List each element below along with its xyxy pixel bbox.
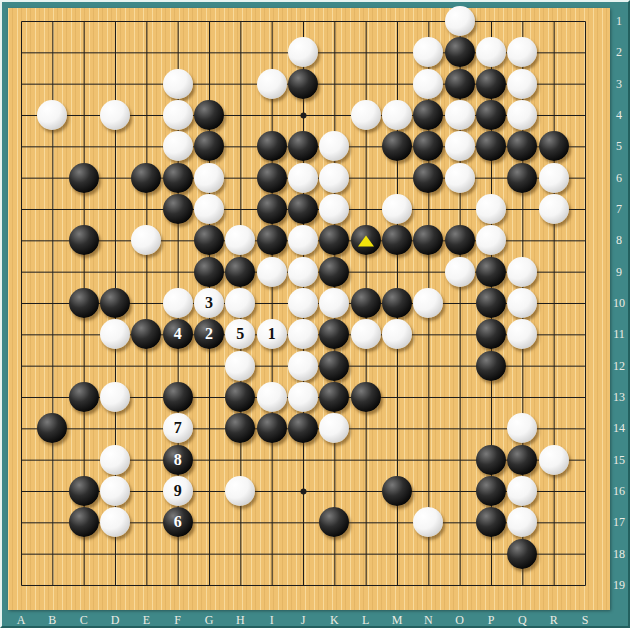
stone-Q6: [507, 163, 537, 193]
stone-P12: [476, 351, 506, 381]
move-number-1: 1: [268, 326, 276, 342]
column-label-K: K: [330, 613, 339, 628]
stone-E6: [131, 163, 161, 193]
stone-P4: [476, 100, 506, 130]
stone-F6: [163, 163, 193, 193]
stone-C10: [69, 288, 99, 318]
column-label-I: I: [270, 613, 274, 628]
stone-I14: [257, 413, 287, 443]
column-label-E: E: [143, 613, 150, 628]
move-number-2: 2: [205, 326, 213, 342]
stone-I5: [257, 131, 287, 161]
stone-J13: [288, 382, 318, 412]
stone-D10: [100, 288, 130, 318]
column-label-C: C: [80, 613, 88, 628]
stone-D4: [100, 100, 130, 130]
stone-I9: [257, 257, 287, 287]
stone-R6: [539, 163, 569, 193]
stone-L4: [351, 100, 381, 130]
stone-O4: [445, 100, 475, 130]
stone-J10: [288, 288, 318, 318]
column-label-L: L: [362, 613, 369, 628]
row-label-18: 18: [613, 546, 625, 561]
stone-O2: [445, 37, 475, 67]
column-label-D: D: [111, 613, 120, 628]
stone-D13: [100, 382, 130, 412]
stone-O5: [445, 131, 475, 161]
star-point-J16: [300, 488, 306, 494]
move-number-6: 6: [174, 514, 182, 530]
move-number-4: 4: [174, 326, 182, 342]
row-label-6: 6: [616, 170, 622, 185]
column-label-M: M: [392, 613, 403, 628]
column-label-R: R: [550, 613, 558, 628]
stone-G4: [194, 100, 224, 130]
stone-F10: [163, 288, 193, 318]
row-label-11: 11: [613, 327, 625, 342]
stone-G10: 3: [194, 288, 224, 318]
stone-P16: [476, 476, 506, 506]
column-label-H: H: [236, 613, 245, 628]
row-label-14: 14: [613, 421, 625, 436]
stone-O3: [445, 69, 475, 99]
stone-O1: [445, 6, 475, 36]
row-label-17: 17: [613, 515, 625, 530]
stone-P15: [476, 445, 506, 475]
stone-F16: 9: [163, 476, 193, 506]
stone-Q9: [507, 257, 537, 287]
row-label-19: 19: [613, 577, 625, 592]
stone-F4: [163, 100, 193, 130]
stone-L11: [351, 319, 381, 349]
move-number-9: 9: [174, 483, 182, 499]
stone-I8: [257, 225, 287, 255]
row-label-8: 8: [616, 233, 622, 248]
stone-C17: [69, 507, 99, 537]
row-label-9: 9: [616, 264, 622, 279]
stone-P9: [476, 257, 506, 287]
stone-G9: [194, 257, 224, 287]
row-label-3: 3: [616, 76, 622, 91]
row-label-1: 1: [616, 14, 622, 29]
stone-Q15: [507, 445, 537, 475]
stone-J12: [288, 351, 318, 381]
stone-I11: 1: [257, 319, 287, 349]
column-label-N: N: [424, 613, 433, 628]
stone-N3: [413, 69, 443, 99]
stone-K12: [319, 351, 349, 381]
column-label-B: B: [48, 613, 56, 628]
stone-M10: [382, 288, 412, 318]
stone-G6: [194, 163, 224, 193]
stone-Q3: [507, 69, 537, 99]
stone-C13: [69, 382, 99, 412]
stone-O9: [445, 257, 475, 287]
stone-R15: [539, 445, 569, 475]
star-point-J4: [300, 112, 306, 118]
stone-R5: [539, 131, 569, 161]
stone-J6: [288, 163, 318, 193]
stone-M4: [382, 100, 412, 130]
stone-H12: [225, 351, 255, 381]
stone-P3: [476, 69, 506, 99]
column-label-S: S: [582, 613, 589, 628]
row-label-5: 5: [616, 139, 622, 154]
stone-F17: 6: [163, 507, 193, 537]
stone-J9: [288, 257, 318, 287]
column-label-P: P: [488, 613, 495, 628]
stone-C8: [69, 225, 99, 255]
column-label-J: J: [301, 613, 306, 628]
triangle-marker-icon: [358, 236, 374, 247]
stone-L8: [351, 225, 381, 255]
row-label-15: 15: [613, 452, 625, 467]
move-number-3: 3: [205, 295, 213, 311]
column-label-G: G: [205, 613, 214, 628]
stone-F3: [163, 69, 193, 99]
stone-C6: [69, 163, 99, 193]
stone-F13: [163, 382, 193, 412]
move-number-5: 5: [236, 326, 244, 342]
stone-M16: [382, 476, 412, 506]
stone-F11: 4: [163, 319, 193, 349]
stone-D15: [100, 445, 130, 475]
row-label-7: 7: [616, 201, 622, 216]
stone-M7: [382, 194, 412, 224]
stone-F7: [163, 194, 193, 224]
row-label-12: 12: [613, 358, 625, 373]
stone-D16: [100, 476, 130, 506]
move-number-8: 8: [174, 452, 182, 468]
row-label-10: 10: [613, 295, 625, 310]
stone-C16: [69, 476, 99, 506]
stone-L13: [351, 382, 381, 412]
column-label-A: A: [17, 613, 26, 628]
stone-Q18: [507, 539, 537, 569]
stone-H9: [225, 257, 255, 287]
move-number-7: 7: [174, 420, 182, 436]
stone-G7: [194, 194, 224, 224]
row-label-16: 16: [613, 483, 625, 498]
stone-L10: [351, 288, 381, 318]
stone-K6: [319, 163, 349, 193]
stone-R7: [539, 194, 569, 224]
stone-N6: [413, 163, 443, 193]
column-label-F: F: [174, 613, 181, 628]
stone-F14: 7: [163, 413, 193, 443]
stone-I3: [257, 69, 287, 99]
stone-I6: [257, 163, 287, 193]
row-label-2: 2: [616, 45, 622, 60]
stone-O8: [445, 225, 475, 255]
stone-P10: [476, 288, 506, 318]
column-label-O: O: [455, 613, 464, 628]
stone-I7: [257, 194, 287, 224]
stone-K9: [319, 257, 349, 287]
stone-P7: [476, 194, 506, 224]
go-game-viewer: 342517896 ABCDEFGHIJKLMNOPQRS 1234567891…: [0, 0, 630, 628]
stone-J3: [288, 69, 318, 99]
stone-F5: [163, 131, 193, 161]
stone-F15: 8: [163, 445, 193, 475]
row-label-4: 4: [616, 107, 622, 122]
stone-O6: [445, 163, 475, 193]
stone-J7: [288, 194, 318, 224]
row-label-13: 13: [613, 389, 625, 404]
stone-I13: [257, 382, 287, 412]
column-label-Q: Q: [518, 613, 527, 628]
